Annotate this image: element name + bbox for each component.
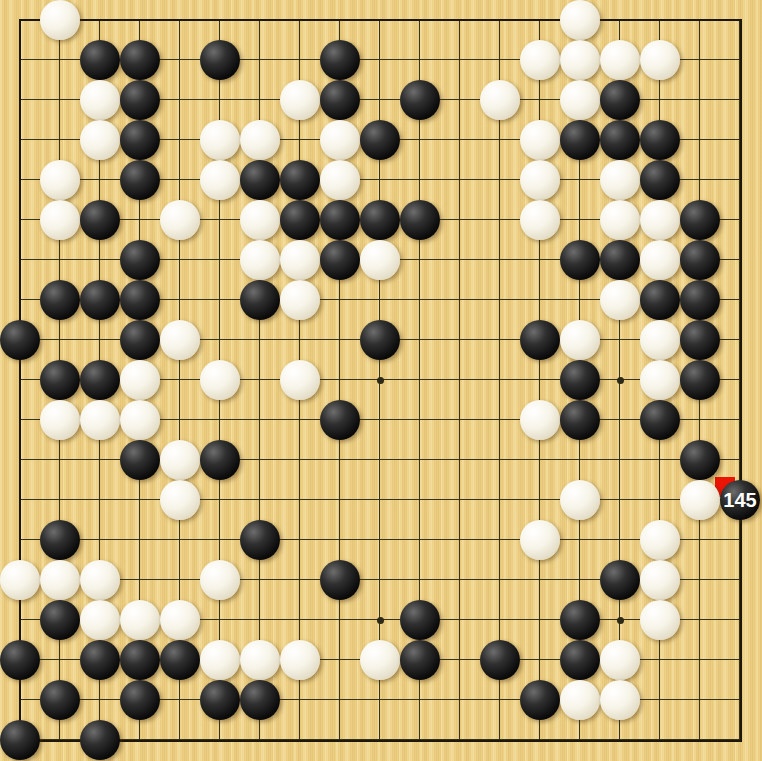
stone-white [280,240,320,280]
stone-black [40,280,80,320]
stone-black [680,360,720,400]
stone-white [240,640,280,680]
stone-black [560,360,600,400]
stone-black [680,240,720,280]
stone-black [240,160,280,200]
stone-white [640,520,680,560]
stone-white [160,320,200,360]
stone-black [320,240,360,280]
stone-white [560,0,600,40]
stone-white [40,160,80,200]
stone-black [280,160,320,200]
stone-black [120,440,160,480]
stone-white [280,640,320,680]
stone-white [560,80,600,120]
stone-black [600,240,640,280]
stone-white [640,320,680,360]
stone-white [640,40,680,80]
stone-white [600,680,640,720]
stones-layer: 145 [0,0,760,760]
stone-white [40,0,80,40]
stone-white [40,400,80,440]
stone-white [600,40,640,80]
stone-black [640,120,680,160]
stone-black: 145 [720,480,760,520]
stone-black [320,40,360,80]
stone-white [80,400,120,440]
stone-white [520,120,560,160]
stone-white [600,200,640,240]
stone-white [560,480,600,520]
stone-white [560,680,600,720]
stone-black [160,640,200,680]
stone-black [120,680,160,720]
stone-white [160,480,200,520]
stone-white [80,560,120,600]
go-board[interactable]: 145 [0,0,762,761]
stone-white [360,240,400,280]
stone-white [200,640,240,680]
stone-black [120,640,160,680]
stone-black [560,240,600,280]
stone-black [120,280,160,320]
stone-black [80,200,120,240]
stone-black [120,320,160,360]
stone-black [120,80,160,120]
stone-black [80,40,120,80]
stone-white [280,360,320,400]
stone-black [0,320,40,360]
stone-white [40,560,80,600]
stone-white [280,280,320,320]
stone-black [640,160,680,200]
stone-white [520,200,560,240]
stone-black [40,680,80,720]
stone-white [240,120,280,160]
stone-black [560,120,600,160]
stone-black [400,200,440,240]
stone-black [200,40,240,80]
stone-white [640,240,680,280]
stone-black [200,440,240,480]
stone-white [160,600,200,640]
stone-black [80,360,120,400]
stone-white [80,600,120,640]
stone-black [560,600,600,640]
stone-white [520,520,560,560]
stone-black [520,320,560,360]
stone-white [480,80,520,120]
stone-white [80,80,120,120]
stone-white [0,560,40,600]
stone-black [400,600,440,640]
stone-black [240,680,280,720]
stone-white [160,440,200,480]
stone-white [360,640,400,680]
stone-white [200,160,240,200]
stone-white [160,200,200,240]
stone-black [680,440,720,480]
stone-black [40,520,80,560]
stone-black [320,560,360,600]
stone-black [400,640,440,680]
stone-white [40,200,80,240]
stone-black [240,520,280,560]
stone-white [240,240,280,280]
stone-black [480,640,520,680]
stone-black [200,680,240,720]
stone-black [600,80,640,120]
stone-black [120,240,160,280]
stone-black [640,280,680,320]
stone-white [560,40,600,80]
stone-white [600,280,640,320]
stone-white [520,400,560,440]
stone-black [640,400,680,440]
stone-black [400,80,440,120]
stone-white [600,160,640,200]
stone-white [520,40,560,80]
stone-black [320,400,360,440]
stone-white [80,120,120,160]
stone-white [240,200,280,240]
stone-black [600,560,640,600]
stone-black [120,160,160,200]
stone-black [80,720,120,760]
stone-black [600,120,640,160]
stone-black [80,640,120,680]
stone-white [640,560,680,600]
stone-black [680,200,720,240]
stone-black [320,200,360,240]
stone-black [0,640,40,680]
stone-black [560,400,600,440]
stone-white [680,480,720,520]
stone-black [80,280,120,320]
stone-white [120,600,160,640]
stone-black [680,320,720,360]
stone-white [320,160,360,200]
stone-black [360,320,400,360]
stone-white [560,320,600,360]
stone-white [600,640,640,680]
stone-white [520,160,560,200]
stone-black [120,40,160,80]
stone-white [320,120,360,160]
stone-white [200,360,240,400]
stone-black [320,80,360,120]
stone-white [200,560,240,600]
stone-black [280,200,320,240]
stone-white [640,200,680,240]
stone-black [360,120,400,160]
stone-black [0,720,40,760]
stone-white [640,360,680,400]
stone-white [120,360,160,400]
move-number-label: 145 [720,480,760,520]
stone-black [560,640,600,680]
stone-black [40,360,80,400]
stone-black [240,280,280,320]
stone-black [120,120,160,160]
stone-black [680,280,720,320]
stone-black [360,200,400,240]
stone-white [640,600,680,640]
stone-white [120,400,160,440]
stone-black [40,600,80,640]
stone-white [280,80,320,120]
stone-black [520,680,560,720]
stone-white [200,120,240,160]
